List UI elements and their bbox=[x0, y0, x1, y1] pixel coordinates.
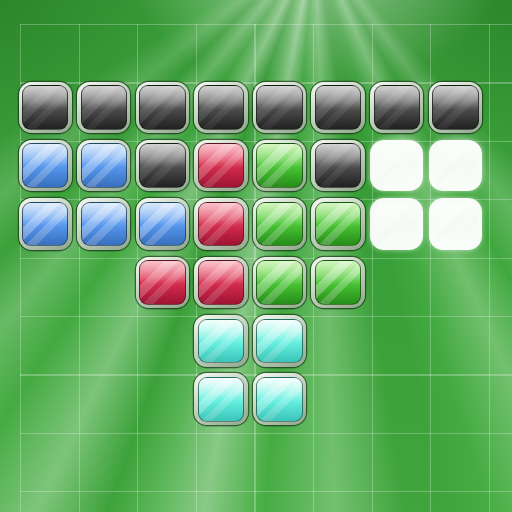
board-cell bbox=[253, 373, 312, 431]
game-background bbox=[0, 0, 512, 512]
board-cell bbox=[311, 257, 370, 315]
block-black[interactable] bbox=[136, 82, 189, 134]
board-cell bbox=[194, 373, 253, 431]
block-blue[interactable] bbox=[77, 140, 130, 192]
board-cell bbox=[370, 198, 429, 256]
block-black[interactable] bbox=[429, 82, 482, 134]
block-red[interactable] bbox=[194, 140, 247, 192]
empty-cell bbox=[77, 315, 136, 373]
board-cell bbox=[194, 315, 253, 373]
block-blue[interactable] bbox=[77, 198, 130, 250]
empty-cell bbox=[136, 373, 195, 431]
board-cell bbox=[253, 315, 312, 373]
board-cell bbox=[136, 198, 195, 256]
board-cell bbox=[77, 198, 136, 256]
blue-block-face bbox=[81, 143, 127, 188]
board-cell bbox=[19, 82, 78, 140]
red-block-face bbox=[198, 202, 244, 247]
block-black[interactable] bbox=[77, 82, 130, 134]
empty-cell bbox=[311, 373, 370, 431]
black-block-face bbox=[374, 85, 420, 130]
black-block-face bbox=[198, 85, 244, 130]
black-block-face bbox=[22, 85, 68, 130]
block-green[interactable] bbox=[311, 257, 364, 309]
block-cyan[interactable] bbox=[194, 315, 247, 367]
board-cell bbox=[429, 140, 488, 198]
cyan-block-face bbox=[198, 377, 244, 422]
block-green[interactable] bbox=[253, 257, 306, 309]
block-green[interactable] bbox=[253, 198, 306, 250]
board-cell bbox=[370, 140, 429, 198]
block-ghost-white-preview[interactable] bbox=[429, 140, 482, 192]
blue-block-face bbox=[81, 202, 127, 247]
black-block-face bbox=[81, 85, 127, 130]
board-cell bbox=[370, 82, 429, 140]
empty-cell bbox=[370, 373, 429, 431]
block-green[interactable] bbox=[253, 140, 306, 192]
block-cyan[interactable] bbox=[194, 373, 247, 425]
black-block-face bbox=[139, 143, 185, 188]
block-blue[interactable] bbox=[19, 140, 72, 192]
board-cell bbox=[253, 198, 312, 256]
board-cell bbox=[311, 198, 370, 256]
block-green[interactable] bbox=[311, 198, 364, 250]
board-cell bbox=[19, 140, 78, 198]
green-block-face bbox=[256, 202, 302, 247]
empty-cell bbox=[370, 257, 429, 315]
empty-cell bbox=[429, 257, 488, 315]
empty-cell bbox=[77, 373, 136, 431]
empty-cell bbox=[136, 315, 195, 373]
block-cyan[interactable] bbox=[253, 373, 306, 425]
block-red[interactable] bbox=[136, 257, 189, 309]
black-block-face bbox=[432, 85, 478, 130]
block-black[interactable] bbox=[311, 82, 364, 134]
ghost-white-preview-block-face bbox=[375, 145, 418, 187]
ghost-white-preview-block-face bbox=[375, 203, 418, 245]
ghost-white-preview-block-face bbox=[434, 203, 477, 245]
blue-block-face bbox=[139, 202, 185, 247]
block-black[interactable] bbox=[370, 82, 423, 134]
block-red[interactable] bbox=[194, 198, 247, 250]
block-red[interactable] bbox=[194, 257, 247, 309]
block-ghost-white-preview[interactable] bbox=[429, 198, 482, 250]
black-block-face bbox=[256, 85, 302, 130]
board-cell bbox=[136, 140, 195, 198]
board-cell bbox=[136, 82, 195, 140]
block-black[interactable] bbox=[19, 82, 72, 134]
board-cell bbox=[429, 198, 488, 256]
red-block-face bbox=[139, 260, 185, 305]
blue-block-face bbox=[22, 143, 68, 188]
cyan-block-face bbox=[256, 377, 302, 422]
black-block-face bbox=[315, 85, 361, 130]
board-cell bbox=[253, 257, 312, 315]
empty-cell bbox=[19, 315, 78, 373]
green-block-face bbox=[315, 202, 361, 247]
red-block-face bbox=[198, 260, 244, 305]
block-black[interactable] bbox=[311, 140, 364, 192]
board-cell bbox=[194, 257, 253, 315]
block-blue[interactable] bbox=[136, 198, 189, 250]
cyan-block-face bbox=[198, 319, 244, 364]
cyan-block-face bbox=[256, 319, 302, 364]
block-cyan[interactable] bbox=[253, 315, 306, 367]
blue-block-face bbox=[22, 202, 68, 247]
board-cell bbox=[194, 140, 253, 198]
block-black[interactable] bbox=[194, 82, 247, 134]
empty-cell bbox=[429, 373, 488, 431]
block-ghost-white-preview[interactable] bbox=[370, 140, 423, 192]
board-cell bbox=[311, 82, 370, 140]
board-cell bbox=[77, 82, 136, 140]
board-cell bbox=[77, 140, 136, 198]
board-cell bbox=[253, 140, 312, 198]
red-block-face bbox=[198, 143, 244, 188]
green-block-face bbox=[256, 143, 302, 188]
puzzle-board bbox=[19, 82, 488, 432]
board-cell bbox=[136, 257, 195, 315]
board-cell bbox=[253, 82, 312, 140]
empty-cell bbox=[77, 257, 136, 315]
block-black[interactable] bbox=[136, 140, 189, 192]
board-cell bbox=[19, 198, 78, 256]
board-cell bbox=[429, 82, 488, 140]
block-blue[interactable] bbox=[19, 198, 72, 250]
empty-cell bbox=[311, 315, 370, 373]
board-cell bbox=[194, 198, 253, 256]
green-block-face bbox=[315, 260, 361, 305]
block-black[interactable] bbox=[253, 82, 306, 134]
empty-cell bbox=[19, 373, 78, 431]
green-block-face bbox=[256, 260, 302, 305]
board-cell bbox=[194, 82, 253, 140]
black-block-face bbox=[139, 85, 185, 130]
empty-cell bbox=[429, 315, 488, 373]
black-block-face bbox=[315, 143, 361, 188]
empty-cell bbox=[370, 315, 429, 373]
board-cell bbox=[311, 140, 370, 198]
block-ghost-white-preview[interactable] bbox=[370, 198, 423, 250]
ghost-white-preview-block-face bbox=[434, 145, 477, 187]
empty-cell bbox=[19, 257, 78, 315]
